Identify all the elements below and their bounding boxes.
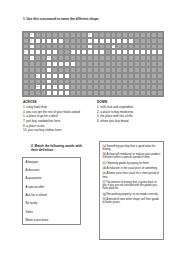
across-clue: 10. you can buy clothes here bbox=[23, 129, 81, 133]
term-item: Sales bbox=[26, 211, 79, 214]
definition-item: (h) A period of time when shops sell the… bbox=[103, 198, 162, 204]
down-clue-list: 1. sells fruit and vegetables2. a place … bbox=[97, 106, 161, 125]
definition-item: (e) A lower price than usual for a short… bbox=[103, 172, 162, 178]
term-item: A guarantee bbox=[26, 177, 79, 180]
term-item: A discount bbox=[26, 169, 79, 172]
section2-heading: 2. Match the following words with their … bbox=[31, 145, 89, 153]
crossword-clue-number: 4 bbox=[30, 39, 31, 41]
crossword-clue-number: 2 bbox=[88, 33, 89, 35]
definition-item: (f) The amount of money that is given ba… bbox=[103, 181, 162, 191]
definition-item: (c) Obtaining goods by paying for them. bbox=[103, 162, 162, 165]
crossword-blocked-cell bbox=[157, 90, 163, 96]
definition-item: (b) A shop will reimburse or replace you… bbox=[103, 153, 162, 159]
across-clue-list: 1. a big food shop4. you can get the res… bbox=[23, 106, 81, 134]
definition-item: (a) Something you buy that is good value… bbox=[103, 145, 162, 151]
term-item: A bargain bbox=[26, 161, 79, 164]
crossword-clue-number: 7 bbox=[71, 50, 72, 52]
crossword-clue-number: 5 bbox=[24, 50, 25, 52]
term-item: Make a purchase bbox=[26, 219, 79, 222]
crossword-clue-number: 10 bbox=[36, 85, 38, 87]
terms-box: A bargainA discountA guaranteeA special … bbox=[22, 157, 81, 225]
down-clue: 6. where you buy bread bbox=[97, 120, 161, 124]
crossword-grid: 1243576810 bbox=[22, 31, 164, 97]
term-item: Be faulty bbox=[26, 202, 79, 205]
worksheet-title: 1. Use this crossword to name the differ… bbox=[23, 18, 158, 22]
definitions-box: (a) Something you buy that is good value… bbox=[99, 141, 164, 240]
definition-item: (d) A reduction in the usual price of so… bbox=[103, 167, 162, 170]
term-item: Ask for a refund bbox=[26, 194, 79, 197]
crossword-clue-number: 3 bbox=[112, 44, 113, 46]
worksheet-page: { "game": "crossword", "position": "#.##… bbox=[0, 0, 180, 256]
term-item: A special offer bbox=[26, 186, 79, 189]
crossword-clue-number: 8 bbox=[36, 74, 37, 76]
crossword-clue-number: 1 bbox=[30, 33, 31, 35]
definition-item: (g) Not working properly, or not made co… bbox=[103, 193, 162, 196]
crossword-clue-number: 6 bbox=[48, 56, 49, 58]
